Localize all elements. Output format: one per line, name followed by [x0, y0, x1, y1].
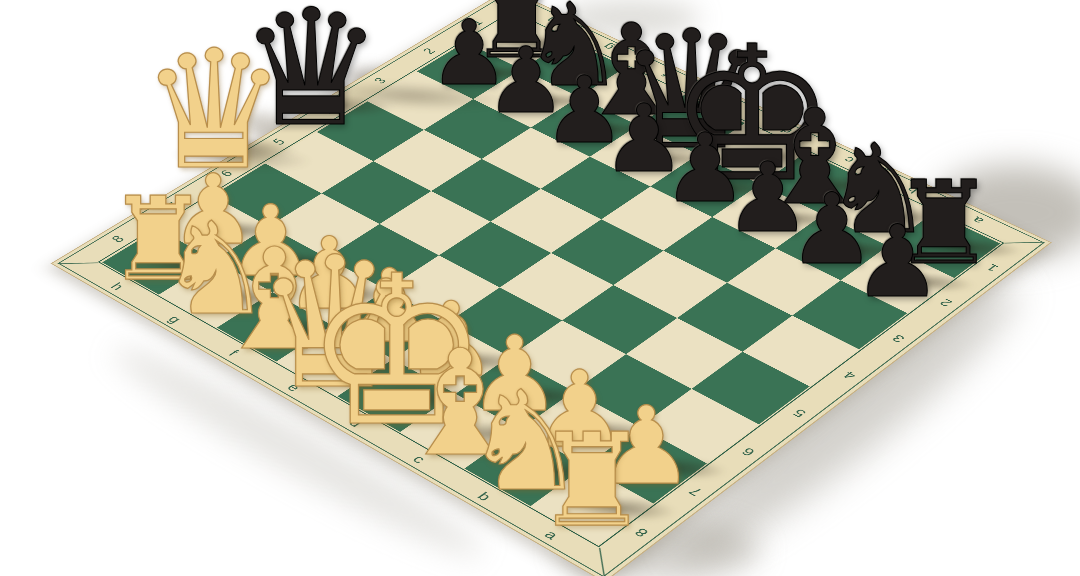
corner-diagonal-line [508, 0, 512, 11]
chess-board: hh11gg22ff33ee44dd55cc66bb77aa88 [51, 0, 1052, 576]
corner-diagonal-line [1004, 242, 1045, 244]
board-wrapper: hh11gg22ff33ee44dd55cc66bb77aa88 [225, 0, 875, 537]
photo-stage: hh11gg22ff33ee44dd55cc66bb77aa88 ♜♞♝♚♛♝♞… [0, 0, 1080, 576]
corner-diagonal-line [58, 262, 98, 264]
corner-diagonal-line [599, 548, 605, 576]
